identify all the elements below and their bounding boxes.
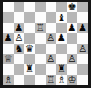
white-bishop: ♗ bbox=[57, 75, 66, 85]
square-g4[interactable] bbox=[67, 44, 78, 54]
square-a5[interactable]: ♟ bbox=[3, 33, 14, 43]
square-g8[interactable]: ♚ bbox=[67, 2, 78, 12]
square-f6[interactable] bbox=[56, 23, 67, 33]
square-h5[interactable] bbox=[77, 33, 88, 43]
square-d6[interactable]: ♖ bbox=[35, 23, 46, 33]
white-pawn: ♙ bbox=[14, 33, 23, 43]
square-c6[interactable] bbox=[24, 23, 35, 33]
square-d4[interactable] bbox=[35, 44, 46, 54]
square-g6[interactable]: ♟ bbox=[67, 23, 78, 33]
square-h2[interactable] bbox=[77, 64, 88, 74]
black-rook: ♜ bbox=[57, 64, 66, 74]
square-h7[interactable] bbox=[77, 12, 88, 22]
square-e5[interactable]: ♙ bbox=[46, 33, 57, 43]
square-a3[interactable]: ♕ bbox=[3, 54, 14, 64]
square-c2[interactable]: ♜ bbox=[24, 64, 35, 74]
square-b5[interactable]: ♙ bbox=[14, 33, 25, 43]
square-e6[interactable] bbox=[46, 23, 57, 33]
square-e3[interactable]: ♙ bbox=[46, 54, 57, 64]
square-f5[interactable]: ♟ bbox=[56, 33, 67, 43]
square-d5[interactable] bbox=[35, 33, 46, 43]
square-e1[interactable]: ♖ bbox=[46, 75, 57, 85]
square-a7[interactable] bbox=[3, 12, 14, 22]
square-d7[interactable] bbox=[35, 12, 46, 22]
square-g2[interactable] bbox=[67, 64, 78, 74]
square-c4[interactable]: ♛ bbox=[24, 44, 35, 54]
square-g3[interactable]: ♙ bbox=[67, 54, 78, 64]
black-pawn: ♟ bbox=[14, 23, 23, 33]
square-b6[interactable]: ♟ bbox=[14, 23, 25, 33]
square-b3[interactable] bbox=[14, 54, 25, 64]
white-pawn: ♙ bbox=[46, 33, 55, 43]
square-f4[interactable] bbox=[56, 44, 67, 54]
square-a2[interactable] bbox=[3, 64, 14, 74]
square-e4[interactable] bbox=[46, 44, 57, 54]
square-h4[interactable]: ♙ bbox=[77, 44, 88, 54]
square-b4[interactable]: ♞ bbox=[14, 44, 25, 54]
square-h3[interactable] bbox=[77, 54, 88, 64]
square-d3[interactable] bbox=[35, 54, 46, 64]
black-queen: ♛ bbox=[25, 44, 34, 54]
black-knight: ♞ bbox=[14, 44, 23, 54]
square-c3[interactable] bbox=[24, 54, 35, 64]
square-d1[interactable] bbox=[35, 75, 46, 85]
square-h6[interactable]: ♟ bbox=[77, 23, 88, 33]
square-e7[interactable] bbox=[46, 12, 57, 22]
black-pawn: ♟ bbox=[4, 33, 13, 43]
black-pawn: ♟ bbox=[68, 23, 77, 33]
square-d8[interactable] bbox=[35, 2, 46, 12]
chess-board: ♚♝♟♖♟♟♟♙♙♟♞♛♙♕♙♙♜♜♗♖♗♔ bbox=[3, 2, 88, 85]
black-pawn: ♟ bbox=[57, 33, 66, 43]
square-g7[interactable] bbox=[67, 12, 78, 22]
square-c1[interactable] bbox=[24, 75, 35, 85]
square-b1[interactable] bbox=[14, 75, 25, 85]
square-a6[interactable] bbox=[3, 23, 14, 33]
black-pawn: ♟ bbox=[78, 23, 87, 33]
square-f3[interactable] bbox=[56, 54, 67, 64]
square-h8[interactable] bbox=[77, 2, 88, 12]
white-rook: ♖ bbox=[46, 75, 55, 85]
square-a8[interactable] bbox=[3, 2, 14, 12]
white-rook: ♖ bbox=[36, 23, 45, 33]
white-king: ♔ bbox=[68, 75, 77, 85]
square-f8[interactable] bbox=[56, 2, 67, 12]
square-a4[interactable] bbox=[3, 44, 14, 54]
square-f1[interactable]: ♗ bbox=[56, 75, 67, 85]
square-b7[interactable] bbox=[14, 12, 25, 22]
square-f7[interactable]: ♝ bbox=[56, 12, 67, 22]
square-c5[interactable] bbox=[24, 33, 35, 43]
square-h1[interactable] bbox=[77, 75, 88, 85]
white-pawn: ♙ bbox=[46, 54, 55, 64]
square-a1[interactable]: ♗ bbox=[3, 75, 14, 85]
square-f2[interactable]: ♜ bbox=[56, 64, 67, 74]
square-c7[interactable] bbox=[24, 12, 35, 22]
chess-diagram: ♚♝♟♖♟♟♟♙♙♟♞♛♙♕♙♙♜♜♗♖♗♔ bbox=[0, 0, 91, 88]
square-b8[interactable] bbox=[14, 2, 25, 12]
square-c8[interactable] bbox=[24, 2, 35, 12]
white-pawn: ♙ bbox=[68, 54, 77, 64]
square-b2[interactable] bbox=[14, 64, 25, 74]
square-e2[interactable] bbox=[46, 64, 57, 74]
white-pawn: ♙ bbox=[78, 44, 87, 54]
black-bishop: ♝ bbox=[57, 13, 66, 23]
black-king: ♚ bbox=[68, 2, 77, 12]
square-d2[interactable] bbox=[35, 64, 46, 74]
square-e8[interactable] bbox=[46, 2, 57, 12]
white-queen: ♕ bbox=[4, 54, 13, 64]
square-g5[interactable] bbox=[67, 33, 78, 43]
black-rook: ♜ bbox=[25, 64, 34, 74]
square-g1[interactable]: ♔ bbox=[67, 75, 78, 85]
white-bishop: ♗ bbox=[4, 75, 13, 85]
